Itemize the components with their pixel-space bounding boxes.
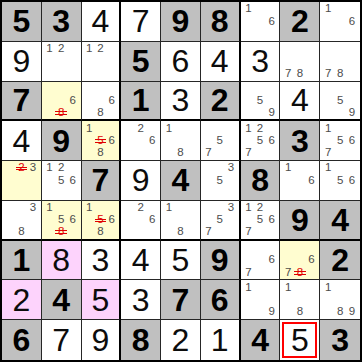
candidate-6: 6 — [147, 135, 159, 147]
candidate-7: 7 — [243, 147, 255, 159]
candidate-9: 9 — [346, 306, 358, 318]
candidate-6: 6 — [306, 254, 318, 266]
candidate-8: 8 — [95, 147, 106, 159]
solved-digit: 5 — [291, 324, 309, 356]
solved-digit: 1 — [211, 324, 229, 356]
candidate-grid: 18 — [163, 202, 198, 238]
candidate-grid: 68 — [44, 83, 79, 119]
cell-r9c6[interactable]: 1 — [201, 320, 241, 360]
candidate-7: 7 — [203, 226, 214, 238]
solved-digit: 5 — [92, 284, 110, 316]
candidate-1: 1 — [243, 202, 255, 214]
candidate-6: 6 — [346, 135, 358, 147]
candidate-grid: 16 — [322, 3, 358, 40]
given-digit: 9 — [52, 125, 70, 157]
cell-r9c9[interactable]: 3 — [320, 320, 360, 360]
solved-digit: 4 — [12, 125, 30, 157]
candidate-grid: 1567 — [322, 122, 358, 159]
given-digit: 9 — [172, 5, 190, 37]
candidate-6: 6 — [67, 94, 79, 106]
candidate-1: 1 — [163, 202, 175, 214]
cell-r9c7[interactable]: 4 — [241, 320, 281, 360]
candidate-grid: 1256 — [44, 162, 79, 199]
candidate-grid: 156 — [322, 162, 358, 199]
cell-r2c2[interactable]: 12 — [42, 42, 82, 82]
candidate-8: 8 — [175, 226, 187, 238]
cell-r3c9[interactable]: 59 — [320, 82, 360, 122]
solved-digit: 2 — [172, 324, 190, 356]
candidate-6: 6 — [266, 135, 278, 147]
cell-r9c3[interactable]: 9 — [82, 320, 122, 360]
cell-r9c5[interactable]: 2 — [161, 320, 201, 360]
candidate-1: 1 — [322, 281, 334, 293]
cell-r3c7[interactable]: 59 — [241, 82, 281, 122]
cell-r3c3[interactable]: 68 — [82, 82, 122, 122]
cell-r5c8[interactable]: 16 — [280, 161, 320, 201]
cell-r5c5[interactable]: 4 — [161, 161, 201, 201]
candidate-6: 6 — [106, 94, 117, 106]
cell-r5c1[interactable]: 23 — [2, 161, 42, 201]
candidate-grid: 16 — [243, 3, 278, 40]
cell-r9c8[interactable]: 5 — [280, 320, 320, 360]
solved-digit: 9 — [12, 45, 30, 77]
candidate-2: 2 — [95, 43, 106, 55]
candidate-grid: 12567 — [243, 202, 278, 238]
candidate-1: 1 — [44, 202, 56, 214]
candidate-5: 5 — [254, 135, 266, 147]
cell-r5c2[interactable]: 1256 — [42, 161, 82, 201]
candidate-5: 5 — [334, 135, 346, 147]
cell-r3c2[interactable]: 68 — [42, 82, 82, 122]
solved-digit: 9 — [132, 164, 150, 196]
cell-r4c9[interactable]: 1567 — [320, 121, 360, 161]
solved-digit: 4 — [291, 84, 309, 116]
cell-r8c1[interactable]: 2 — [2, 280, 42, 320]
cell-r1c8[interactable]: 2 — [280, 2, 320, 42]
candidate-grid: 19 — [243, 281, 278, 318]
candidate-1: 1 — [322, 3, 334, 15]
candidate-5-eliminated: 5 — [95, 135, 106, 147]
candidate-2: 2 — [135, 122, 147, 134]
cell-r1c3[interactable]: 4 — [82, 2, 122, 42]
cell-r6c2[interactable]: 1568 — [42, 201, 82, 241]
cell-r2c6[interactable]: 4 — [201, 42, 241, 82]
candidate-2: 2 — [55, 162, 67, 174]
cell-r1c2[interactable]: 3 — [42, 2, 82, 42]
candidate-grid: 26 — [123, 202, 158, 238]
cell-r7c2[interactable]: 8 — [42, 241, 82, 281]
cell-r9c1[interactable]: 6 — [2, 320, 42, 360]
candidate-7: 7 — [243, 226, 255, 238]
cell-r7c6[interactable]: 9 — [201, 241, 241, 281]
candidate-5: 5 — [334, 94, 346, 106]
candidate-1: 1 — [322, 162, 334, 174]
cell-r2c1[interactable]: 9 — [2, 42, 42, 82]
given-digit: 2 — [291, 5, 309, 37]
cell-r4c5[interactable]: 18 — [161, 121, 201, 161]
cell-r7c4[interactable]: 4 — [121, 241, 161, 281]
candidate-1: 1 — [243, 281, 255, 293]
cell-r4c7[interactable]: 12567 — [241, 121, 281, 161]
solved-digit: 2 — [12, 284, 30, 316]
cell-r1c9[interactable]: 16 — [320, 2, 360, 42]
solved-digit: 7 — [132, 5, 150, 37]
candidate-8: 8 — [294, 306, 306, 318]
cell-r4c2[interactable]: 9 — [42, 121, 82, 161]
candidate-5: 5 — [55, 174, 67, 186]
given-digit: 8 — [132, 324, 150, 356]
given-digit: 6 — [211, 284, 229, 316]
cell-r4c1[interactable]: 4 — [2, 121, 42, 161]
candidate-grid: 1568 — [44, 202, 79, 238]
given-digit: 7 — [92, 164, 110, 196]
candidate-3: 3 — [27, 202, 39, 214]
candidate-6: 6 — [266, 214, 278, 226]
candidate-2: 2 — [55, 43, 67, 55]
cell-r8c2[interactable]: 4 — [42, 280, 82, 320]
cell-r2c3[interactable]: 12 — [82, 42, 122, 82]
cell-r4c8[interactable]: 3 — [280, 121, 320, 161]
candidate-5: 5 — [55, 214, 67, 226]
candidate-8: 8 — [95, 106, 106, 118]
candidate-6: 6 — [67, 214, 79, 226]
candidate-3: 3 — [27, 162, 39, 174]
candidate-grid: 18 — [163, 122, 198, 159]
candidate-7: 7 — [203, 147, 214, 159]
cell-r5c6[interactable]: 35 — [201, 161, 241, 201]
cell-r5c7[interactable]: 8 — [241, 161, 281, 201]
cell-r8c6[interactable]: 6 — [201, 280, 241, 320]
cell-r2c8[interactable]: 78 — [280, 42, 320, 82]
candidate-1: 1 — [282, 281, 294, 293]
solved-digit: 3 — [172, 84, 190, 116]
given-digit: 2 — [331, 244, 349, 276]
given-digit: 5 — [132, 45, 150, 77]
solved-digit: 7 — [52, 324, 70, 356]
candidate-grid: 1568 — [84, 122, 118, 159]
candidate-1: 1 — [44, 162, 56, 174]
cell-r3c5[interactable]: 3 — [161, 82, 201, 122]
candidate-grid: 12 — [84, 43, 118, 80]
cell-r2c4[interactable]: 5 — [121, 42, 161, 82]
cell-r7c9[interactable]: 2 — [320, 241, 360, 281]
candidate-8: 8 — [294, 67, 306, 79]
candidate-grid: 23 — [4, 162, 39, 199]
candidate-3: 3 — [225, 162, 236, 174]
cell-r1c7[interactable]: 16 — [241, 2, 281, 42]
cell-r8c9[interactable]: 189 — [320, 280, 360, 320]
candidate-2: 2 — [135, 202, 147, 214]
cell-r7c3[interactable]: 3 — [82, 241, 122, 281]
candidate-7: 7 — [322, 67, 334, 79]
candidate-grid: 1568 — [84, 202, 118, 238]
candidate-8-eliminated: 8 — [294, 266, 306, 278]
cell-r8c7[interactable]: 19 — [241, 280, 281, 320]
given-digit: 2 — [211, 84, 229, 116]
solved-digit: 6 — [172, 45, 190, 77]
solved-digit: 5 — [172, 244, 190, 276]
candidate-1: 1 — [282, 162, 294, 174]
candidate-grid: 189 — [322, 281, 358, 318]
cell-r6c3[interactable]: 1568 — [82, 201, 122, 241]
candidate-6: 6 — [266, 15, 278, 27]
candidate-7: 7 — [282, 67, 294, 79]
cell-r1c6[interactable]: 8 — [201, 2, 241, 42]
cell-r7c7[interactable]: 67 — [241, 241, 281, 281]
candidate-8-eliminated: 8 — [55, 106, 67, 118]
cell-r7c1[interactable]: 1 — [2, 241, 42, 281]
cell-r2c9[interactable]: 78 — [320, 42, 360, 82]
candidate-grid: 26 — [123, 122, 158, 159]
solved-digit: 9 — [92, 324, 110, 356]
candidate-grid: 12567 — [243, 122, 278, 159]
candidate-1: 1 — [44, 43, 56, 55]
candidate-grid: 38 — [4, 202, 39, 238]
given-digit: 9 — [211, 244, 229, 276]
candidate-1: 1 — [84, 202, 95, 214]
candidate-8: 8 — [175, 147, 187, 159]
given-digit: 3 — [291, 125, 309, 157]
candidate-grid: 57 — [203, 122, 237, 159]
cell-r8c3[interactable]: 5 — [82, 280, 122, 320]
given-digit: 7 — [12, 84, 30, 116]
cell-r8c5[interactable]: 7 — [161, 280, 201, 320]
candidate-grid: 18 — [282, 281, 317, 318]
candidate-grid: 67 — [243, 242, 278, 279]
candidate-grid: 12 — [44, 43, 79, 80]
candidate-5: 5 — [334, 174, 346, 186]
given-digit: 6 — [12, 324, 30, 356]
candidate-1: 1 — [84, 122, 95, 134]
solved-digit: 8 — [52, 244, 70, 276]
candidate-6: 6 — [346, 174, 358, 186]
solved-digit: 4 — [92, 5, 110, 37]
candidate-7: 7 — [282, 266, 294, 278]
cell-r4c4[interactable]: 26 — [121, 121, 161, 161]
candidate-grid: 357 — [203, 202, 237, 238]
cell-r9c4[interactable]: 8 — [121, 320, 161, 360]
candidate-grid: 78 — [282, 43, 317, 80]
candidate-6: 6 — [106, 135, 117, 147]
candidate-9: 9 — [346, 106, 358, 118]
candidate-5: 5 — [214, 135, 225, 147]
given-digit: 4 — [251, 324, 269, 356]
candidate-grid: 59 — [322, 83, 358, 119]
candidate-5: 5 — [254, 94, 266, 106]
given-digit: 3 — [331, 324, 349, 356]
candidate-5-eliminated: 5 — [95, 214, 106, 226]
cell-r2c5[interactable]: 6 — [161, 42, 201, 82]
candidate-5: 5 — [214, 214, 225, 226]
cell-r4c3[interactable]: 1568 — [82, 121, 122, 161]
cell-r6c5[interactable]: 18 — [161, 201, 201, 241]
given-digit: 9 — [291, 204, 309, 236]
candidate-8-eliminated: 8 — [55, 226, 67, 238]
candidate-7: 7 — [243, 266, 255, 278]
candidate-grid: 59 — [243, 83, 278, 119]
given-digit: 4 — [172, 164, 190, 196]
cell-r3c4[interactable]: 1 — [121, 82, 161, 122]
cell-r6c8[interactable]: 9 — [280, 201, 320, 241]
cell-r6c9[interactable]: 4 — [320, 201, 360, 241]
candidate-1: 1 — [243, 122, 255, 134]
candidate-grid: 16 — [282, 162, 317, 199]
given-digit: 4 — [331, 204, 349, 236]
candidate-1: 1 — [84, 43, 95, 55]
cell-r6c1[interactable]: 38 — [2, 201, 42, 241]
candidate-6: 6 — [67, 174, 79, 186]
candidate-8: 8 — [334, 67, 346, 79]
cell-r5c9[interactable]: 156 — [320, 161, 360, 201]
cell-r5c4[interactable]: 9 — [121, 161, 161, 201]
cell-r1c1[interactable]: 5 — [2, 2, 42, 42]
cell-r8c4[interactable]: 3 — [121, 280, 161, 320]
given-digit: 7 — [172, 284, 190, 316]
solved-digit: 3 — [132, 284, 150, 316]
candidate-2: 2 — [254, 202, 266, 214]
candidate-5: 5 — [254, 214, 266, 226]
cell-r3c8[interactable]: 4 — [280, 82, 320, 122]
cell-r4c6[interactable]: 57 — [201, 121, 241, 161]
cell-r3c1[interactable]: 7 — [2, 82, 42, 122]
cell-r1c5[interactable]: 9 — [161, 2, 201, 42]
cell-r7c5[interactable]: 5 — [161, 241, 201, 281]
given-digit: 5 — [12, 5, 30, 37]
candidate-8: 8 — [334, 306, 346, 318]
given-digit: 1 — [132, 84, 150, 116]
cell-r2c7[interactable]: 3 — [241, 42, 281, 82]
candidate-6: 6 — [346, 15, 358, 27]
given-digit: 1 — [12, 244, 30, 276]
given-digit: 4 — [52, 284, 70, 316]
solved-digit: 4 — [132, 244, 150, 276]
candidate-grid: 678 — [282, 242, 317, 279]
candidate-6: 6 — [266, 254, 278, 266]
cell-r1c4[interactable]: 7 — [121, 2, 161, 42]
cell-r5c3[interactable]: 7 — [82, 161, 122, 201]
given-digit: 3 — [52, 5, 70, 37]
candidate-2: 2 — [254, 122, 266, 134]
candidate-grid: 35 — [203, 162, 237, 199]
candidate-6: 6 — [147, 214, 159, 226]
cell-r3c6[interactable]: 2 — [201, 82, 241, 122]
cell-r8c8[interactable]: 18 — [280, 280, 320, 320]
cell-r7c8[interactable]: 678 — [280, 241, 320, 281]
candidate-8: 8 — [16, 226, 28, 238]
given-digit: 8 — [211, 5, 229, 37]
sudoku-board: 5347981621691212564378787686813259459491… — [0, 0, 362, 362]
candidate-1: 1 — [163, 122, 175, 134]
candidate-3: 3 — [225, 202, 236, 214]
candidate-grid: 78 — [322, 43, 358, 80]
cell-r6c6[interactable]: 357 — [201, 201, 241, 241]
candidate-1: 1 — [243, 3, 255, 15]
candidate-9: 9 — [266, 306, 278, 318]
cell-r9c2[interactable]: 7 — [42, 320, 82, 360]
cell-r6c7[interactable]: 12567 — [241, 201, 281, 241]
solved-digit: 3 — [92, 244, 110, 276]
candidate-2-eliminated: 2 — [16, 162, 28, 174]
candidate-9: 9 — [266, 106, 278, 118]
candidate-8: 8 — [95, 226, 106, 238]
candidate-7: 7 — [322, 147, 334, 159]
solved-digit: 3 — [251, 45, 269, 77]
candidate-grid: 68 — [84, 83, 118, 119]
candidate-6: 6 — [306, 174, 318, 186]
cell-r6c4[interactable]: 26 — [121, 201, 161, 241]
candidate-5: 5 — [214, 174, 225, 186]
given-digit: 8 — [251, 164, 269, 196]
candidate-1: 1 — [322, 122, 334, 134]
candidate-6: 6 — [106, 214, 117, 226]
solved-digit: 4 — [211, 45, 229, 77]
